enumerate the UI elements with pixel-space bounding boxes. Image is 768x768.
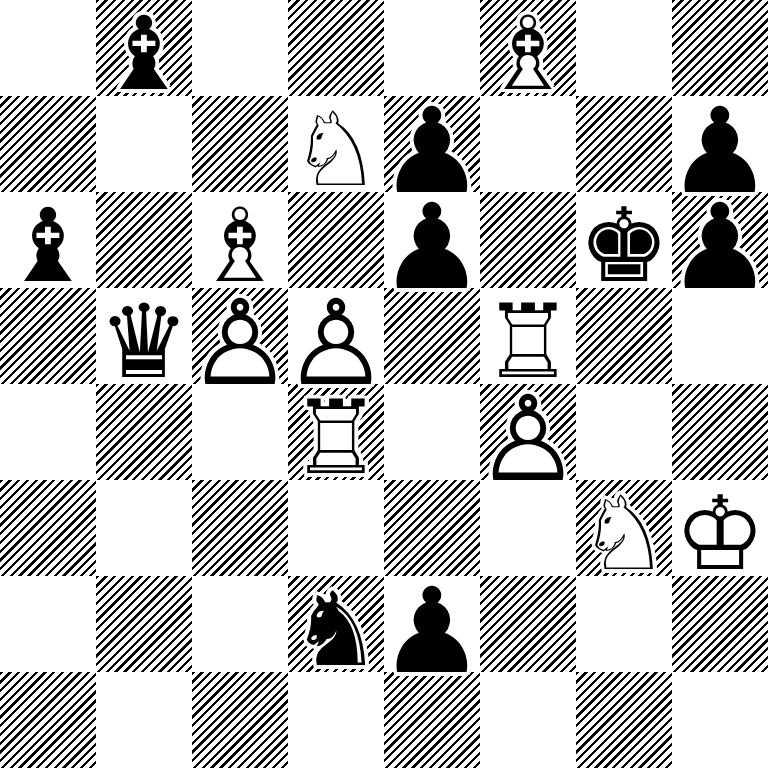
piece-halo: ♛ [98, 291, 189, 393]
black-queen[interactable]: ♛♛ [96, 288, 192, 384]
black-bishop[interactable]: ♝♝ [96, 0, 192, 96]
square-c1[interactable] [192, 672, 288, 768]
white-knight[interactable]: ♞♘ [288, 96, 384, 192]
square-b3[interactable] [96, 480, 192, 576]
square-f8[interactable]: ♝♗ [480, 0, 576, 96]
piece-glyph-white-king: ♔ [674, 483, 765, 585]
square-d2[interactable]: ♞♞ [288, 576, 384, 672]
square-d3[interactable] [288, 480, 384, 576]
square-a3[interactable] [0, 480, 96, 576]
square-h7[interactable]: ♟♟ [672, 96, 768, 192]
square-d8[interactable] [288, 0, 384, 96]
square-a2[interactable] [0, 576, 96, 672]
square-c3[interactable] [192, 480, 288, 576]
square-c6[interactable]: ♝♗ [192, 192, 288, 288]
square-a5[interactable] [0, 288, 96, 384]
white-pawn[interactable]: ♟♙ [480, 384, 576, 480]
square-b7[interactable] [96, 96, 192, 192]
square-g1[interactable] [576, 672, 672, 768]
square-h5[interactable] [672, 288, 768, 384]
square-h2[interactable] [672, 576, 768, 672]
square-h3[interactable]: ♚♔ [672, 480, 768, 576]
white-rook[interactable]: ♜♖ [288, 384, 384, 480]
square-d7[interactable]: ♞♘ [288, 96, 384, 192]
square-a4[interactable] [0, 384, 96, 480]
square-d5[interactable]: ♟♙ [288, 288, 384, 384]
square-f7[interactable] [480, 96, 576, 192]
white-pawn[interactable]: ♟♙ [192, 288, 288, 384]
square-f2[interactable] [480, 576, 576, 672]
piece-halo: ♚ [578, 195, 669, 297]
black-knight[interactable]: ♞♞ [288, 576, 384, 672]
white-bishop[interactable]: ♝♗ [480, 0, 576, 96]
black-king[interactable]: ♚♚ [576, 192, 672, 288]
piece-halo: ♝ [98, 3, 189, 105]
square-a7[interactable] [0, 96, 96, 192]
square-c4[interactable] [192, 384, 288, 480]
square-e2[interactable]: ♟♟ [384, 576, 480, 672]
square-f3[interactable] [480, 480, 576, 576]
piece-glyph-white-rook: ♖ [482, 291, 573, 393]
piece-glyph-black-king: ♚ [578, 195, 669, 297]
square-g6[interactable]: ♚♚ [576, 192, 672, 288]
square-d4[interactable]: ♜♖ [288, 384, 384, 480]
square-f6[interactable] [480, 192, 576, 288]
white-king[interactable]: ♚♔ [672, 480, 768, 576]
piece-halo: ♞ [578, 483, 669, 585]
piece-halo: ♜ [290, 387, 381, 489]
square-a6[interactable]: ♝♝ [0, 192, 96, 288]
black-pawn[interactable]: ♟♟ [384, 576, 480, 672]
black-pawn[interactable]: ♟♟ [672, 96, 768, 192]
piece-glyph-black-queen: ♛ [98, 291, 189, 393]
square-d1[interactable] [288, 672, 384, 768]
square-g3[interactable]: ♞♘ [576, 480, 672, 576]
square-e6[interactable]: ♟♟ [384, 192, 480, 288]
square-f4[interactable]: ♟♙ [480, 384, 576, 480]
square-g7[interactable] [576, 96, 672, 192]
square-g4[interactable] [576, 384, 672, 480]
piece-glyph-white-rook: ♖ [290, 387, 381, 489]
black-pawn[interactable]: ♟♟ [384, 96, 480, 192]
square-c7[interactable] [192, 96, 288, 192]
square-h1[interactable] [672, 672, 768, 768]
square-e1[interactable] [384, 672, 480, 768]
square-g2[interactable] [576, 576, 672, 672]
piece-glyph-black-bishop: ♝ [98, 3, 189, 105]
black-bishop[interactable]: ♝♝ [0, 192, 96, 288]
square-f1[interactable] [480, 672, 576, 768]
square-h4[interactable] [672, 384, 768, 480]
piece-halo: ♝ [194, 195, 285, 297]
square-a1[interactable] [0, 672, 96, 768]
chess-board: ♝♝♝♗♞♘♟♟♟♟♝♝♝♗♟♟♚♚♟♟♛♛♟♙♟♙♜♖♜♖♟♙♞♘♚♔♞♞♟♟ [0, 0, 768, 768]
square-f5[interactable]: ♜♖ [480, 288, 576, 384]
square-e3[interactable] [384, 480, 480, 576]
square-b6[interactable] [96, 192, 192, 288]
white-pawn[interactable]: ♟♙ [288, 288, 384, 384]
square-e7[interactable]: ♟♟ [384, 96, 480, 192]
piece-halo: ♞ [290, 99, 381, 201]
black-pawn[interactable]: ♟♟ [384, 192, 480, 288]
square-d6[interactable] [288, 192, 384, 288]
white-bishop[interactable]: ♝♗ [192, 192, 288, 288]
piece-glyph-white-knight: ♘ [578, 483, 669, 585]
piece-glyph-white-bishop: ♗ [482, 3, 573, 105]
square-e8[interactable] [384, 0, 480, 96]
square-c5[interactable]: ♟♙ [192, 288, 288, 384]
square-c8[interactable] [192, 0, 288, 96]
black-pawn[interactable]: ♟♟ [672, 192, 768, 288]
piece-glyph-black-bishop: ♝ [2, 195, 93, 297]
piece-halo: ♜ [482, 291, 573, 393]
square-e4[interactable] [384, 384, 480, 480]
square-c2[interactable] [192, 576, 288, 672]
piece-halo: ♚ [674, 483, 765, 585]
piece-halo: ♝ [2, 195, 93, 297]
square-b4[interactable] [96, 384, 192, 480]
piece-glyph-white-knight: ♘ [290, 99, 381, 201]
square-b2[interactable] [96, 576, 192, 672]
square-g8[interactable] [576, 0, 672, 96]
piece-glyph-black-knight: ♞ [290, 579, 381, 681]
square-b5[interactable]: ♛♛ [96, 288, 192, 384]
white-rook[interactable]: ♜♖ [480, 288, 576, 384]
piece-glyph-white-bishop: ♗ [194, 195, 285, 297]
square-e5[interactable] [384, 288, 480, 384]
square-g5[interactable] [576, 288, 672, 384]
square-b8[interactable]: ♝♝ [96, 0, 192, 96]
piece-halo: ♞ [290, 579, 381, 681]
square-a8[interactable] [0, 0, 96, 96]
white-knight[interactable]: ♞♘ [576, 480, 672, 576]
square-b1[interactable] [96, 672, 192, 768]
square-h6[interactable]: ♟♟ [672, 192, 768, 288]
square-h8[interactable] [672, 0, 768, 96]
piece-halo: ♝ [482, 3, 573, 105]
